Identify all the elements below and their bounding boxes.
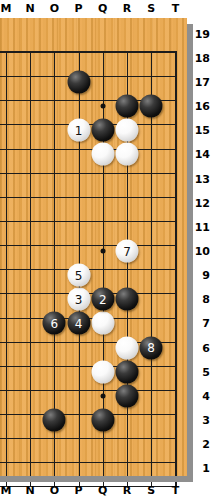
row-label-11: 11 <box>192 220 210 233</box>
white-stone-Q14 <box>91 143 114 166</box>
row-label-19: 19 <box>192 27 210 40</box>
row-label-8: 8 <box>192 293 210 306</box>
col-label-top-Q: Q <box>93 2 113 15</box>
row-label-2: 2 <box>192 438 210 451</box>
black-stone-move-2-Q8: 2 <box>91 288 114 311</box>
row-label-9: 9 <box>192 269 210 282</box>
col-label-bottom-P: P <box>69 484 89 497</box>
col-label-top-P: P <box>69 2 89 15</box>
black-stone-move-8-S6: 8 <box>140 336 163 359</box>
black-stone-move-6-O7: 6 <box>43 312 66 335</box>
star-point-Q16 <box>100 104 105 109</box>
white-stone-Q5 <box>91 360 114 383</box>
row-label-10: 10 <box>192 245 210 258</box>
col-label-top-R: R <box>117 2 137 15</box>
row-label-3: 3 <box>192 413 210 426</box>
white-stone-move-3-P8: 3 <box>67 288 90 311</box>
col-label-bottom-Q: Q <box>93 484 113 497</box>
white-stone-Q7 <box>91 312 114 335</box>
move-number: 2 <box>99 293 107 305</box>
row-label-13: 13 <box>192 172 210 185</box>
move-number: 4 <box>75 317 83 329</box>
black-stone-Q3 <box>91 408 114 431</box>
row-label-4: 4 <box>192 389 210 402</box>
col-label-bottom-R: R <box>117 484 137 497</box>
black-stone-Q15 <box>91 119 114 142</box>
col-label-bottom-S: S <box>141 484 161 497</box>
black-stone-O3 <box>43 408 66 431</box>
black-stone-move-4-P7: 4 <box>67 312 90 335</box>
row-label-16: 16 <box>192 100 210 113</box>
row-label-1: 1 <box>192 462 210 475</box>
black-stone-R16 <box>116 95 139 118</box>
col-label-top-S: S <box>141 2 161 15</box>
move-number: 6 <box>51 317 59 329</box>
star-point-Q4 <box>100 393 105 398</box>
row-label-15: 15 <box>192 124 210 137</box>
black-stone-R8 <box>116 288 139 311</box>
row-label-17: 17 <box>192 76 210 89</box>
white-stone-R6 <box>116 336 139 359</box>
row-label-12: 12 <box>192 196 210 209</box>
col-label-top-M: M <box>0 2 16 15</box>
move-number: 5 <box>75 269 83 281</box>
col-label-top-N: N <box>20 2 40 15</box>
row-label-14: 14 <box>192 148 210 161</box>
star-point-Q10 <box>100 249 105 254</box>
black-stone-S16 <box>140 95 163 118</box>
go-board-surface[interactable] <box>0 18 187 476</box>
white-stone-move-7-R10: 7 <box>116 240 139 263</box>
black-stone-P17 <box>67 71 90 94</box>
move-number: 3 <box>75 293 83 305</box>
move-number: 7 <box>123 245 131 257</box>
row-label-7: 7 <box>192 317 210 330</box>
col-label-bottom-M: M <box>0 484 16 497</box>
move-number: 1 <box>75 124 83 136</box>
black-stone-R4 <box>116 384 139 407</box>
white-stone-move-5-P9: 5 <box>67 264 90 287</box>
col-label-bottom-T: T <box>165 484 185 497</box>
white-stone-R15 <box>116 119 139 142</box>
white-stone-R14 <box>116 143 139 166</box>
go-diagram: MNOPQRST MNOPQRST 1918171615141312111098… <box>0 0 212 500</box>
black-stone-R5 <box>116 360 139 383</box>
row-label-18: 18 <box>192 51 210 64</box>
row-label-6: 6 <box>192 341 210 354</box>
row-label-5: 5 <box>192 365 210 378</box>
move-number: 8 <box>147 342 155 354</box>
board-shadow-bottom <box>0 476 193 482</box>
col-label-top-O: O <box>44 2 64 15</box>
col-label-bottom-O: O <box>44 484 64 497</box>
col-label-top-T: T <box>165 2 185 15</box>
white-stone-move-1-P15: 1 <box>67 119 90 142</box>
col-label-bottom-N: N <box>20 484 40 497</box>
